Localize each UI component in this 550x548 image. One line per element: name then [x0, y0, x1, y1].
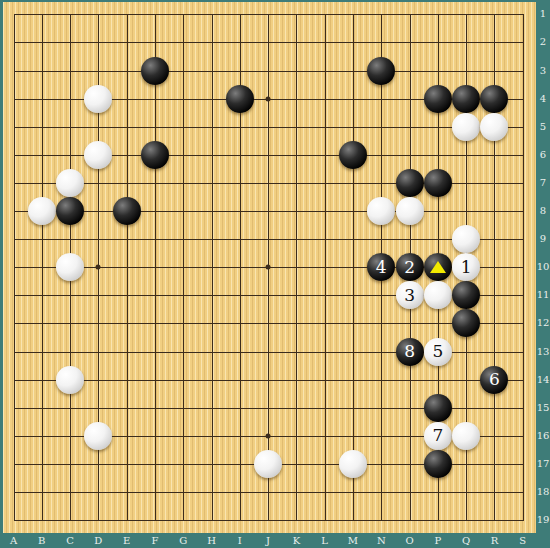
move-number-label: 6 — [489, 371, 500, 388]
grid-line-horizontal — [14, 323, 524, 324]
black-stone — [141, 141, 169, 169]
row-label: 9 — [536, 233, 550, 245]
column-label: E — [123, 535, 130, 547]
column-label: O — [405, 535, 413, 547]
white-stone — [56, 366, 84, 394]
row-label: 2 — [536, 36, 550, 48]
black-stone — [424, 394, 452, 422]
column-label: S — [519, 535, 526, 547]
grid-line-horizontal — [14, 71, 524, 72]
column-label: F — [151, 535, 158, 547]
grid-line-horizontal — [14, 492, 524, 493]
go-board-frame: 42138567 ABCDEFGHIJKLMNOPQRS 12345678910… — [0, 0, 550, 548]
row-label: 3 — [536, 65, 550, 77]
black-stone: 6 — [480, 366, 508, 394]
black-stone — [226, 85, 254, 113]
white-stone: 7 — [424, 422, 452, 450]
black-stone — [424, 253, 452, 281]
row-label: 11 — [536, 289, 550, 301]
white-stone — [84, 85, 112, 113]
triangle-marker — [430, 261, 446, 273]
column-label: Q — [462, 535, 470, 547]
black-stone: 2 — [396, 253, 424, 281]
column-label: L — [321, 535, 328, 547]
row-label: 6 — [536, 149, 550, 161]
grid-line-horizontal — [14, 211, 524, 212]
white-stone: 3 — [396, 281, 424, 309]
black-stone: 4 — [367, 253, 395, 281]
grid-line-horizontal — [14, 239, 524, 240]
white-stone — [339, 450, 367, 478]
hoshi-point — [96, 265, 101, 270]
column-label: A — [10, 535, 17, 547]
black-stone — [480, 85, 508, 113]
row-label: 13 — [536, 346, 550, 358]
white-stone — [396, 197, 424, 225]
white-stone: 1 — [452, 253, 480, 281]
hoshi-point — [266, 265, 271, 270]
row-label: 16 — [536, 430, 550, 442]
column-label: I — [238, 535, 242, 547]
row-label: 10 — [536, 261, 550, 273]
column-label: M — [348, 535, 358, 547]
black-stone — [56, 197, 84, 225]
black-stone — [424, 450, 452, 478]
move-number-label: 3 — [404, 287, 415, 304]
black-stone — [452, 309, 480, 337]
move-number-label: 5 — [432, 343, 443, 360]
white-stone — [424, 281, 452, 309]
grid-line-horizontal — [14, 14, 524, 15]
black-stone — [396, 169, 424, 197]
grid-line-horizontal — [14, 127, 524, 128]
black-stone — [367, 57, 395, 85]
black-stone — [452, 281, 480, 309]
column-label: K — [293, 535, 300, 547]
row-label: 15 — [536, 402, 550, 414]
white-stone — [28, 197, 56, 225]
move-number-label: 1 — [461, 259, 472, 276]
black-stone: 8 — [396, 338, 424, 366]
white-stone — [480, 113, 508, 141]
row-label: 14 — [536, 374, 550, 386]
white-stone: 5 — [424, 338, 452, 366]
move-number-label: 4 — [376, 259, 387, 276]
row-label: 19 — [536, 514, 550, 526]
black-stone — [452, 85, 480, 113]
row-label: 12 — [536, 317, 550, 329]
row-label: 17 — [536, 458, 550, 470]
column-label: P — [434, 535, 441, 547]
white-stone — [56, 169, 84, 197]
move-number-label: 2 — [404, 259, 415, 276]
white-stone — [56, 253, 84, 281]
black-stone — [424, 169, 452, 197]
column-label: H — [207, 535, 216, 547]
white-stone — [367, 197, 395, 225]
white-stone — [452, 422, 480, 450]
white-stone — [452, 113, 480, 141]
black-stone — [141, 57, 169, 85]
column-label: C — [66, 535, 74, 547]
white-stone — [452, 225, 480, 253]
column-label: B — [38, 535, 45, 547]
column-label: G — [179, 535, 187, 547]
row-label: 1 — [536, 8, 550, 20]
black-stone — [339, 141, 367, 169]
black-stone — [424, 85, 452, 113]
hoshi-point — [266, 433, 271, 438]
move-number-label: 8 — [404, 343, 415, 360]
row-label: 7 — [536, 177, 550, 189]
column-label: J — [266, 535, 270, 547]
white-stone — [84, 422, 112, 450]
column-label: N — [377, 535, 386, 547]
row-label: 18 — [536, 486, 550, 498]
move-number-label: 7 — [432, 427, 443, 444]
white-stone — [84, 141, 112, 169]
white-stone — [254, 450, 282, 478]
column-label: R — [491, 535, 499, 547]
column-label: D — [94, 535, 102, 547]
row-label: 5 — [536, 121, 550, 133]
row-label: 4 — [536, 93, 550, 105]
row-label: 8 — [536, 205, 550, 217]
hoshi-point — [266, 96, 271, 101]
grid-line-horizontal — [14, 42, 524, 43]
black-stone — [113, 197, 141, 225]
grid-line-horizontal — [14, 380, 524, 381]
grid-line-horizontal — [14, 520, 524, 521]
